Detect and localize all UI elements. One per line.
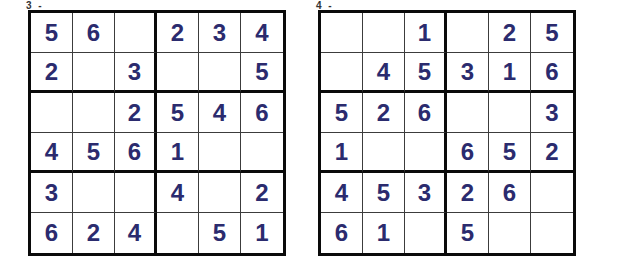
puzzle-4-cell-r3c5-empty[interactable] — [489, 93, 531, 133]
puzzle-4-cell-r1c1-empty[interactable] — [321, 13, 363, 53]
puzzle-4-cell-r4c4-given: 6 — [447, 133, 489, 173]
puzzle-3-cell-r6c5-given: 5 — [199, 213, 241, 253]
puzzle-4-cell-r6c5-empty[interactable] — [489, 213, 531, 253]
puzzle-4-cell-r5c4-given: 2 — [447, 173, 489, 213]
puzzle-4-cell-r1c3-given: 1 — [405, 13, 447, 53]
puzzle-3-cell-r6c2-given: 2 — [73, 213, 115, 253]
puzzle-3-cell-r6c6-given: 1 — [241, 213, 283, 253]
puzzle-3-cell-r2c5-empty[interactable] — [199, 53, 241, 93]
puzzle-4-cell-r2c1-empty[interactable] — [321, 53, 363, 93]
puzzle-3-cell-r5c3-empty[interactable] — [115, 173, 157, 213]
puzzle-3-cell-r5c4-given: 4 — [157, 173, 199, 213]
puzzle-3-cell-r2c2-empty[interactable] — [73, 53, 115, 93]
puzzle-3-cell-r1c5-given: 3 — [199, 13, 241, 53]
puzzle-3-cell-r3c1-empty[interactable] — [31, 93, 73, 133]
puzzle-3-cell-r1c3-empty[interactable] — [115, 13, 157, 53]
puzzle-4-cell-r5c1-given: 4 — [321, 173, 363, 213]
puzzle-3-cell-r3c6-given: 6 — [241, 93, 283, 133]
puzzle-4-cell-r3c3-given: 6 — [405, 93, 447, 133]
puzzle-3-cell-r6c4-empty[interactable] — [157, 213, 199, 253]
puzzle-4-cell-r1c4-empty[interactable] — [447, 13, 489, 53]
puzzle-4-cell-r2c5-given: 1 — [489, 53, 531, 93]
puzzle-4-cell-r6c4-given: 5 — [447, 213, 489, 253]
puzzle-3-cell-r4c3-given: 6 — [115, 133, 157, 173]
puzzle-4-cell-r3c1-given: 5 — [321, 93, 363, 133]
puzzle-3-cell-r4c5-empty[interactable] — [199, 133, 241, 173]
puzzle-4-cell-r6c6-empty[interactable] — [531, 213, 573, 253]
puzzle-3-cell-r1c6-given: 4 — [241, 13, 283, 53]
puzzle-4-cell-r4c3-empty[interactable] — [405, 133, 447, 173]
puzzle-4-cell-r1c2-empty[interactable] — [363, 13, 405, 53]
puzzle-3-cell-r2c1-given: 2 — [31, 53, 73, 93]
puzzle-4-cell-r2c2-given: 4 — [363, 53, 405, 93]
puzzle-3-cell-r3c5-given: 4 — [199, 93, 241, 133]
puzzle-3-cell-r3c2-empty[interactable] — [73, 93, 115, 133]
puzzle-4-cell-r5c2-given: 5 — [363, 173, 405, 213]
puzzle-3-cell-r4c2-given: 5 — [73, 133, 115, 173]
puzzle-3-cell-r5c6-given: 2 — [241, 173, 283, 213]
puzzle-4-grid: 125453165263165245326615 — [318, 10, 576, 256]
puzzle-4-cell-r3c2-given: 2 — [363, 93, 405, 133]
puzzle-4-cell-r5c3-given: 3 — [405, 173, 447, 213]
puzzle-4-cell-r4c5-given: 5 — [489, 133, 531, 173]
puzzle-4-cell-r5c5-given: 6 — [489, 173, 531, 213]
puzzle-3-cell-r2c6-given: 5 — [241, 53, 283, 93]
puzzle-3-cell-r4c4-given: 1 — [157, 133, 199, 173]
puzzle-3-cell-r5c1-given: 3 — [31, 173, 73, 213]
puzzle-3-cell-r3c4-given: 5 — [157, 93, 199, 133]
puzzle-4-cell-r3c6-given: 3 — [531, 93, 573, 133]
puzzle-3-cell-r2c4-empty[interactable] — [157, 53, 199, 93]
puzzle-3-cell-r1c4-given: 2 — [157, 13, 199, 53]
puzzle-4-cell-r5c6-empty[interactable] — [531, 173, 573, 213]
puzzle-3-cell-r5c2-empty[interactable] — [73, 173, 115, 213]
puzzle-3-grid: 562342352546456134262451 — [28, 10, 286, 256]
puzzle-3-cell-r6c3-given: 4 — [115, 213, 157, 253]
puzzle-4-cell-r4c1-given: 1 — [321, 133, 363, 173]
puzzle-4-cell-r4c6-given: 2 — [531, 133, 573, 173]
puzzle-3-cell-r1c2-given: 6 — [73, 13, 115, 53]
puzzle-4-cell-r2c6-given: 6 — [531, 53, 573, 93]
puzzle-4-cell-r1c5-given: 2 — [489, 13, 531, 53]
puzzle-4-cell-r6c1-given: 6 — [321, 213, 363, 253]
puzzle-3-cell-r1c1-given: 5 — [31, 13, 73, 53]
puzzle-4-cell-r2c4-given: 3 — [447, 53, 489, 93]
puzzle-4-cell-r1c6-given: 5 — [531, 13, 573, 53]
puzzle-3-cell-r4c6-empty[interactable] — [241, 133, 283, 173]
puzzle-4-cell-r2c3-given: 5 — [405, 53, 447, 93]
puzzle-4-cell-r6c3-empty[interactable] — [405, 213, 447, 253]
puzzle-4-cell-r3c4-empty[interactable] — [447, 93, 489, 133]
puzzle-3-cell-r3c3-given: 2 — [115, 93, 157, 133]
puzzle-3-cell-r6c1-given: 6 — [31, 213, 73, 253]
puzzle-4-cell-r4c2-empty[interactable] — [363, 133, 405, 173]
puzzle-3-cell-r2c3-given: 3 — [115, 53, 157, 93]
puzzle-4-cell-r6c2-given: 1 — [363, 213, 405, 253]
puzzle-3-cell-r4c1-given: 4 — [31, 133, 73, 173]
puzzle-3-cell-r5c5-empty[interactable] — [199, 173, 241, 213]
